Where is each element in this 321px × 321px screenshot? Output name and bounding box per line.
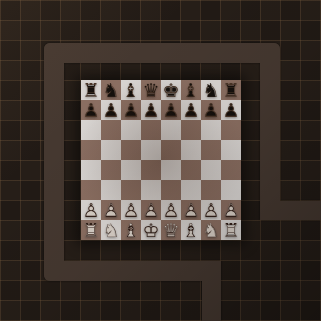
border-segment-right-exit xyxy=(260,201,321,220)
square-b2[interactable]: ♟♙ xyxy=(101,200,121,220)
square-e6[interactable] xyxy=(161,120,181,140)
piece-white-queen-e1[interactable]: ♛♕ xyxy=(161,220,181,240)
piece-black-king-e8[interactable]: ♚♔ xyxy=(161,80,181,100)
square-a8[interactable]: ♜♖ xyxy=(81,80,101,100)
piece-glyph-outline: ♔ xyxy=(161,80,181,100)
piece-glyph-outline: ♗ xyxy=(121,80,141,100)
square-d5[interactable] xyxy=(141,140,161,160)
piece-white-pawn-f2[interactable]: ♟♙ xyxy=(181,200,201,220)
square-d7[interactable]: ♟♙ xyxy=(141,100,161,120)
piece-black-rook-h8[interactable]: ♜♖ xyxy=(221,80,241,100)
piece-black-bishop-c8[interactable]: ♝♗ xyxy=(121,80,141,100)
game-scene: ♜♖♞♘♝♗♛♕♚♔♝♗♞♘♜♖♟♙♟♙♟♙♟♙♟♙♟♙♟♙♟♙♟♙♟♙♟♙♟♙… xyxy=(0,0,321,321)
square-g1[interactable]: ♞♘ xyxy=(201,220,221,240)
square-b4[interactable] xyxy=(101,160,121,180)
piece-glyph-outline: ♙ xyxy=(81,200,101,220)
square-f6[interactable] xyxy=(181,120,201,140)
square-a3[interactable] xyxy=(81,180,101,200)
piece-glyph-outline: ♙ xyxy=(201,200,221,220)
piece-white-pawn-g2[interactable]: ♟♙ xyxy=(201,200,221,220)
piece-glyph-outline: ♘ xyxy=(101,220,121,240)
piece-glyph-outline: ♙ xyxy=(221,200,241,220)
square-a6[interactable] xyxy=(81,120,101,140)
piece-white-king-d1[interactable]: ♚♔ xyxy=(141,220,161,240)
piece-white-pawn-e2[interactable]: ♟♙ xyxy=(161,200,181,220)
piece-glyph-outline: ♔ xyxy=(141,220,161,240)
square-e5[interactable] xyxy=(161,140,181,160)
piece-glyph-outline: ♗ xyxy=(181,220,201,240)
square-f2[interactable]: ♟♙ xyxy=(181,200,201,220)
piece-black-pawn-h7[interactable]: ♟♙ xyxy=(221,100,241,120)
piece-white-bishop-c1[interactable]: ♝♗ xyxy=(121,220,141,240)
square-e2[interactable]: ♟♙ xyxy=(161,200,181,220)
piece-glyph-outline: ♕ xyxy=(161,220,181,240)
square-b8[interactable]: ♞♘ xyxy=(101,80,121,100)
square-b3[interactable] xyxy=(101,180,121,200)
square-e8[interactable]: ♚♔ xyxy=(161,80,181,100)
square-d1[interactable]: ♚♔ xyxy=(141,220,161,240)
square-g3[interactable] xyxy=(201,180,221,200)
piece-glyph-outline: ♖ xyxy=(221,80,241,100)
square-h4[interactable] xyxy=(221,160,241,180)
piece-white-pawn-d2[interactable]: ♟♙ xyxy=(141,200,161,220)
piece-white-rook-a1[interactable]: ♜♖ xyxy=(81,220,101,240)
piece-black-pawn-f7[interactable]: ♟♙ xyxy=(181,100,201,120)
piece-glyph-outline: ♖ xyxy=(81,80,101,100)
square-f3[interactable] xyxy=(181,180,201,200)
piece-black-pawn-c7[interactable]: ♟♙ xyxy=(121,100,141,120)
square-c6[interactable] xyxy=(121,120,141,140)
piece-glyph-outline: ♘ xyxy=(101,80,121,100)
piece-glyph-outline: ♙ xyxy=(181,100,201,120)
square-h6[interactable] xyxy=(221,120,241,140)
square-a1[interactable]: ♜♖ xyxy=(81,220,101,240)
square-a2[interactable]: ♟♙ xyxy=(81,200,101,220)
square-b7[interactable]: ♟♙ xyxy=(101,100,121,120)
chess-board[interactable]: ♜♖♞♘♝♗♛♕♚♔♝♗♞♘♜♖♟♙♟♙♟♙♟♙♟♙♟♙♟♙♟♙♟♙♟♙♟♙♟♙… xyxy=(81,80,241,240)
piece-glyph-outline: ♙ xyxy=(101,200,121,220)
piece-glyph-outline: ♙ xyxy=(121,100,141,120)
piece-white-bishop-f1[interactable]: ♝♗ xyxy=(181,220,201,240)
piece-black-pawn-b7[interactable]: ♟♙ xyxy=(101,100,121,120)
square-d6[interactable] xyxy=(141,120,161,140)
square-a7[interactable]: ♟♙ xyxy=(81,100,101,120)
square-c7[interactable]: ♟♙ xyxy=(121,100,141,120)
square-c4[interactable] xyxy=(121,160,141,180)
piece-white-knight-g1[interactable]: ♞♘ xyxy=(201,220,221,240)
square-h7[interactable]: ♟♙ xyxy=(221,100,241,120)
piece-black-queen-d8[interactable]: ♛♕ xyxy=(141,80,161,100)
piece-black-knight-g8[interactable]: ♞♘ xyxy=(201,80,221,100)
piece-white-pawn-h2[interactable]: ♟♙ xyxy=(221,200,241,220)
square-h3[interactable] xyxy=(221,180,241,200)
square-e3[interactable] xyxy=(161,180,181,200)
square-e4[interactable] xyxy=(161,160,181,180)
square-d3[interactable] xyxy=(141,180,161,200)
piece-glyph-outline: ♘ xyxy=(201,220,221,240)
piece-glyph-outline: ♙ xyxy=(81,100,101,120)
square-g6[interactable] xyxy=(201,120,221,140)
piece-white-pawn-b2[interactable]: ♟♙ xyxy=(101,200,121,220)
piece-white-pawn-a2[interactable]: ♟♙ xyxy=(81,200,101,220)
square-g7[interactable]: ♟♙ xyxy=(201,100,221,120)
piece-glyph-outline: ♕ xyxy=(141,80,161,100)
square-c1[interactable]: ♝♗ xyxy=(121,220,141,240)
square-d4[interactable] xyxy=(141,160,161,180)
square-f1[interactable]: ♝♗ xyxy=(181,220,201,240)
piece-glyph-outline: ♙ xyxy=(181,200,201,220)
piece-glyph-outline: ♗ xyxy=(121,220,141,240)
square-g4[interactable] xyxy=(201,160,221,180)
square-h8[interactable]: ♜♖ xyxy=(221,80,241,100)
square-e1[interactable]: ♛♕ xyxy=(161,220,181,240)
piece-glyph-outline: ♙ xyxy=(201,100,221,120)
border-segment-bottom xyxy=(44,261,221,281)
square-d8[interactable]: ♛♕ xyxy=(141,80,161,100)
piece-black-rook-a8[interactable]: ♜♖ xyxy=(81,80,101,100)
square-b5[interactable] xyxy=(101,140,121,160)
square-f5[interactable] xyxy=(181,140,201,160)
square-h2[interactable]: ♟♙ xyxy=(221,200,241,220)
border-segment-right xyxy=(260,43,280,220)
square-f7[interactable]: ♟♙ xyxy=(181,100,201,120)
square-b1[interactable]: ♞♘ xyxy=(101,220,121,240)
piece-black-pawn-d7[interactable]: ♟♙ xyxy=(141,100,161,120)
piece-glyph-outline: ♘ xyxy=(201,80,221,100)
border-segment-top xyxy=(44,43,280,63)
piece-glyph-outline: ♙ xyxy=(161,200,181,220)
border-segment-left xyxy=(44,43,64,281)
piece-glyph-outline: ♙ xyxy=(121,200,141,220)
square-e7[interactable]: ♟♙ xyxy=(161,100,181,120)
piece-glyph-outline: ♙ xyxy=(221,100,241,120)
piece-glyph-outline: ♖ xyxy=(81,220,101,240)
square-f8[interactable]: ♝♗ xyxy=(181,80,201,100)
square-g5[interactable] xyxy=(201,140,221,160)
square-g2[interactable]: ♟♙ xyxy=(201,200,221,220)
square-f4[interactable] xyxy=(181,160,201,180)
piece-glyph-outline: ♙ xyxy=(141,100,161,120)
piece-glyph-outline: ♙ xyxy=(101,100,121,120)
piece-glyph-outline: ♙ xyxy=(141,200,161,220)
piece-black-pawn-e7[interactable]: ♟♙ xyxy=(161,100,181,120)
square-c3[interactable] xyxy=(121,180,141,200)
square-d2[interactable]: ♟♙ xyxy=(141,200,161,220)
piece-black-pawn-a7[interactable]: ♟♙ xyxy=(81,100,101,120)
square-c2[interactable]: ♟♙ xyxy=(121,200,141,220)
piece-black-bishop-f8[interactable]: ♝♗ xyxy=(181,80,201,100)
piece-glyph-outline: ♖ xyxy=(221,220,241,240)
square-c8[interactable]: ♝♗ xyxy=(121,80,141,100)
square-c5[interactable] xyxy=(121,140,141,160)
piece-white-knight-b1[interactable]: ♞♘ xyxy=(101,220,121,240)
square-h1[interactable]: ♜♖ xyxy=(221,220,241,240)
square-a4[interactable] xyxy=(81,160,101,180)
piece-white-rook-h1[interactable]: ♜♖ xyxy=(221,220,241,240)
square-b6[interactable] xyxy=(101,120,121,140)
border-segment-bottom-exit xyxy=(202,261,221,321)
piece-glyph-outline: ♗ xyxy=(181,80,201,100)
piece-black-knight-b8[interactable]: ♞♘ xyxy=(101,80,121,100)
piece-black-pawn-g7[interactable]: ♟♙ xyxy=(201,100,221,120)
piece-white-pawn-c2[interactable]: ♟♙ xyxy=(121,200,141,220)
piece-glyph-outline: ♙ xyxy=(161,100,181,120)
square-a5[interactable] xyxy=(81,140,101,160)
square-h5[interactable] xyxy=(221,140,241,160)
square-g8[interactable]: ♞♘ xyxy=(201,80,221,100)
